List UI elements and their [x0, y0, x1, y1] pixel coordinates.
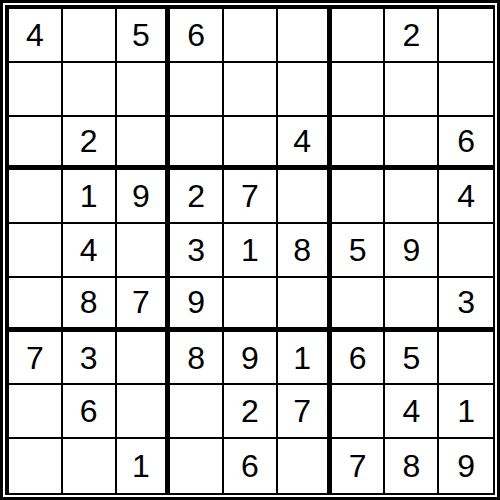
cell-r2c3[interactable] [117, 63, 171, 117]
cell-r6c7[interactable] [332, 278, 386, 332]
cell-r9c1[interactable] [9, 439, 63, 493]
cell-r4c8[interactable] [385, 170, 439, 224]
cell-r4c9[interactable]: 4 [439, 170, 493, 224]
cell-r2c6[interactable] [278, 63, 332, 117]
cell-r8c1[interactable] [9, 385, 63, 439]
cell-r9c3[interactable]: 1 [117, 439, 171, 493]
cell-r2c2[interactable] [63, 63, 117, 117]
cell-r3c5[interactable] [224, 117, 278, 171]
cell-r1c4[interactable]: 6 [170, 9, 224, 63]
cell-r3c6[interactable]: 4 [278, 117, 332, 171]
cell-r6c6[interactable] [278, 278, 332, 332]
cell-r7c1[interactable]: 7 [9, 332, 63, 386]
cell-r8c7[interactable] [332, 385, 386, 439]
cell-r4c3[interactable]: 9 [117, 170, 171, 224]
cell-r3c2[interactable]: 2 [63, 117, 117, 171]
cell-r5c8[interactable]: 9 [385, 224, 439, 278]
cell-r7c5[interactable]: 9 [224, 332, 278, 386]
cell-r2c4[interactable] [170, 63, 224, 117]
cell-r7c7[interactable]: 6 [332, 332, 386, 386]
cell-r6c5[interactable] [224, 278, 278, 332]
cell-r1c2[interactable] [63, 9, 117, 63]
cell-r8c9[interactable]: 1 [439, 385, 493, 439]
cell-r7c8[interactable]: 5 [385, 332, 439, 386]
cell-r6c2[interactable]: 8 [63, 278, 117, 332]
sudoku-board: 456224619274431859879373891656274116789 [5, 5, 495, 495]
cell-r4c1[interactable] [9, 170, 63, 224]
cell-r6c9[interactable]: 3 [439, 278, 493, 332]
cell-r8c3[interactable] [117, 385, 171, 439]
cell-r4c2[interactable]: 1 [63, 170, 117, 224]
cell-r8c6[interactable]: 7 [278, 385, 332, 439]
cell-r5c4[interactable]: 3 [170, 224, 224, 278]
cell-r1c3[interactable]: 5 [117, 9, 171, 63]
cell-r1c1[interactable]: 4 [9, 9, 63, 63]
cell-r6c4[interactable]: 9 [170, 278, 224, 332]
cell-r5c1[interactable] [9, 224, 63, 278]
cell-r3c9[interactable]: 6 [439, 117, 493, 171]
cell-r6c1[interactable] [9, 278, 63, 332]
cell-r6c8[interactable] [385, 278, 439, 332]
cell-r1c7[interactable] [332, 9, 386, 63]
cell-r2c9[interactable] [439, 63, 493, 117]
cell-r5c3[interactable] [117, 224, 171, 278]
cell-r1c8[interactable]: 2 [385, 9, 439, 63]
cell-r5c7[interactable]: 5 [332, 224, 386, 278]
cell-r1c9[interactable] [439, 9, 493, 63]
cell-r3c3[interactable] [117, 117, 171, 171]
image-frame: 456224619274431859879373891656274116789 [0, 0, 500, 500]
cell-r2c5[interactable] [224, 63, 278, 117]
cell-r8c5[interactable]: 2 [224, 385, 278, 439]
cell-r4c6[interactable] [278, 170, 332, 224]
cell-r2c1[interactable] [9, 63, 63, 117]
cell-r5c9[interactable] [439, 224, 493, 278]
cell-r2c7[interactable] [332, 63, 386, 117]
cell-r8c4[interactable] [170, 385, 224, 439]
cell-r4c7[interactable] [332, 170, 386, 224]
cell-r4c4[interactable]: 2 [170, 170, 224, 224]
cell-r1c5[interactable] [224, 9, 278, 63]
cell-r3c1[interactable] [9, 117, 63, 171]
cell-r7c2[interactable]: 3 [63, 332, 117, 386]
cell-r9c2[interactable] [63, 439, 117, 493]
cell-r4c5[interactable]: 7 [224, 170, 278, 224]
cell-r8c2[interactable]: 6 [63, 385, 117, 439]
cell-r3c4[interactable] [170, 117, 224, 171]
cell-r7c3[interactable] [117, 332, 171, 386]
cell-r5c6[interactable]: 8 [278, 224, 332, 278]
cell-r9c5[interactable]: 6 [224, 439, 278, 493]
cell-r2c8[interactable] [385, 63, 439, 117]
cell-r9c9[interactable]: 9 [439, 439, 493, 493]
cell-r1c6[interactable] [278, 9, 332, 63]
cell-r7c4[interactable]: 8 [170, 332, 224, 386]
cell-r8c8[interactable]: 4 [385, 385, 439, 439]
cell-r5c5[interactable]: 1 [224, 224, 278, 278]
cell-r7c6[interactable]: 1 [278, 332, 332, 386]
cell-r5c2[interactable]: 4 [63, 224, 117, 278]
cell-r9c4[interactable] [170, 439, 224, 493]
cell-r7c9[interactable] [439, 332, 493, 386]
cell-r9c7[interactable]: 7 [332, 439, 386, 493]
cell-r3c8[interactable] [385, 117, 439, 171]
cell-r3c7[interactable] [332, 117, 386, 171]
cell-r9c6[interactable] [278, 439, 332, 493]
cell-r6c3[interactable]: 7 [117, 278, 171, 332]
cell-r9c8[interactable]: 8 [385, 439, 439, 493]
